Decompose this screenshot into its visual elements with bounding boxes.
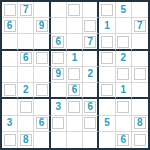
cell-r9c4[interactable] [51,132,67,148]
cell-r3c7[interactable] [99,34,115,50]
cell-r4c5[interactable]: 1 [67,51,83,67]
digit: 9 [55,69,61,79]
entry-box [68,101,80,113]
cell-r9c1[interactable] [2,132,18,148]
cell-r1c6[interactable] [83,2,99,18]
entry-box [117,36,129,48]
entry-box: 6 [84,101,96,113]
cell-r7c3[interactable] [34,99,50,115]
cell-r9c2[interactable]: 8 [18,132,34,148]
cell-r9c9[interactable] [132,132,148,148]
entry-box: 6 [20,52,32,64]
digit: 1 [104,21,110,31]
cell-r1c9[interactable] [132,2,148,18]
cell-r9c5[interactable] [67,132,83,148]
entry-box [52,52,64,64]
entry-box [4,4,16,16]
digit: 2 [120,53,126,63]
cell-r9c7[interactable] [99,132,115,148]
cell-r4c3[interactable] [34,51,50,67]
digit: 3 [7,118,13,128]
entry-box: 7 [20,4,32,16]
cell-r2c5[interactable] [67,18,83,34]
entry-box [117,68,129,80]
cell-r4c6[interactable] [83,51,99,67]
entry-box [101,36,113,48]
digit: 6 [23,53,29,63]
cell-r5c7[interactable] [99,67,115,83]
cell-r4c4[interactable] [51,51,67,67]
digit: 8 [137,118,143,128]
digit: 5 [104,118,110,128]
cell-r3c4[interactable]: 6 [51,34,67,50]
cell-r4c1[interactable] [2,51,18,67]
digit: 1 [120,85,126,95]
cell-r3c2[interactable] [18,34,34,50]
entry-box [68,4,80,16]
cell-r4c8[interactable]: 2 [116,51,132,67]
cell-r6c3[interactable] [34,83,50,99]
entry-box [68,68,80,80]
cell-r2c7[interactable]: 1 [99,18,115,34]
cell-r6c1[interactable] [2,83,18,99]
cell-r2c9[interactable]: 7 [132,18,148,34]
cell-r2c8[interactable] [116,18,132,34]
cell-r7c1[interactable] [2,99,18,115]
entry-box [134,68,146,80]
entry-box: 6 [52,36,64,48]
cell-r8c2[interactable] [18,116,34,132]
cell-r2c3[interactable]: 9 [34,18,50,34]
cell-r9c3[interactable] [34,132,50,148]
entry-box [36,84,48,96]
entry-box [20,101,32,113]
digit: 6 [72,85,78,95]
cell-r5c1[interactable] [2,67,18,83]
cell-r3c8[interactable] [116,34,132,50]
cell-r1c3[interactable] [34,2,50,18]
cell-r1c4[interactable] [51,2,67,18]
cell-r5c4[interactable]: 9 [51,67,67,83]
digit: 7 [137,21,143,31]
cell-r7c5[interactable] [67,99,83,115]
entry-box [84,117,96,129]
entry-box: 6 [36,117,48,129]
entry-box [101,52,113,64]
cell-r3c9[interactable] [132,34,148,50]
entry-box [4,84,16,96]
sudoku-app: 756917676129226136365886 [0,0,150,150]
cell-r4c2[interactable]: 6 [18,51,34,67]
digit: 7 [23,5,29,15]
cell-r5c8[interactable] [116,67,132,83]
digit: 6 [55,37,61,47]
cell-r8c1[interactable]: 3 [2,116,18,132]
entry-box [52,117,64,129]
entry-box [101,84,113,96]
entry-box: 7 [134,20,146,32]
cell-r7c4[interactable]: 3 [51,99,67,115]
entry-box: 7 [84,36,96,48]
cell-r7c8[interactable] [116,99,132,115]
entry-box: 6 [117,134,129,146]
cell-r2c1[interactable]: 6 [2,18,18,34]
cell-r6c9[interactable] [132,83,148,99]
entry-box [117,101,129,113]
digit: 6 [7,21,13,31]
cell-r5c3[interactable] [34,67,50,83]
entry-box: 9 [36,20,48,32]
digit: 6 [39,118,45,128]
cell-r6c4[interactable] [51,83,67,99]
entry-box [36,52,48,64]
cell-r8c9[interactable]: 8 [132,116,148,132]
entry-box [84,20,96,32]
digit: 2 [23,85,29,95]
cell-r1c7[interactable] [99,2,115,18]
cell-r8c4[interactable] [51,116,67,132]
cell-r2c4[interactable] [51,18,67,34]
cell-r1c8[interactable]: 5 [116,2,132,18]
cell-r3c6[interactable]: 7 [83,34,99,50]
cell-r6c8[interactable]: 1 [116,83,132,99]
cell-r6c2[interactable]: 2 [18,83,34,99]
entry-box: 8 [134,117,146,129]
cell-r7c9[interactable] [132,99,148,115]
cell-r2c6[interactable] [83,18,99,34]
cell-r6c6[interactable] [83,83,99,99]
digit: 1 [72,53,78,63]
cell-r6c7[interactable] [99,83,115,99]
entry-box: 6 [68,84,80,96]
digit: 2 [87,69,93,79]
digit: 7 [87,37,93,47]
cell-r8c3[interactable]: 6 [34,116,50,132]
digit: 6 [120,135,126,145]
digit: 3 [55,102,61,112]
digit: 6 [87,102,93,112]
cell-r8c7[interactable]: 5 [99,116,115,132]
cell-r9c8[interactable]: 6 [116,132,132,148]
cell-r1c5[interactable] [67,2,83,18]
cell-r6c5[interactable]: 6 [67,83,83,99]
entry-box [134,134,146,146]
entry-box: 8 [20,134,32,146]
cell-r4c9[interactable] [132,51,148,67]
cell-r8c6[interactable] [83,116,99,132]
entry-box: 6 [4,20,16,32]
cell-r2c2[interactable] [18,18,34,34]
digit: 9 [39,21,45,31]
digit: 8 [23,135,29,145]
cell-r1c1[interactable] [2,2,18,18]
cell-r1c2[interactable]: 7 [18,2,34,18]
cell-r5c5[interactable] [67,67,83,83]
cell-r5c6[interactable]: 2 [83,67,99,83]
sudoku-board: 756917676129226136365886 [0,0,150,150]
cell-r3c1[interactable] [2,34,18,50]
cell-r3c5[interactable] [67,34,83,50]
entry-box [101,4,113,16]
digit: 5 [120,5,126,15]
cell-r7c6[interactable]: 6 [83,99,99,115]
cell-r5c2[interactable] [18,67,34,83]
cell-r5c9[interactable] [132,67,148,83]
entry-box: 9 [52,68,64,80]
cell-r4c7[interactable] [99,51,115,67]
cell-r7c7[interactable] [99,99,115,115]
cell-r3c3[interactable] [34,34,50,50]
cell-r8c8[interactable] [116,116,132,132]
cell-r8c5[interactable] [67,116,83,132]
entry-box [4,134,16,146]
cell-r7c2[interactable] [18,99,34,115]
cell-r9c6[interactable] [83,132,99,148]
